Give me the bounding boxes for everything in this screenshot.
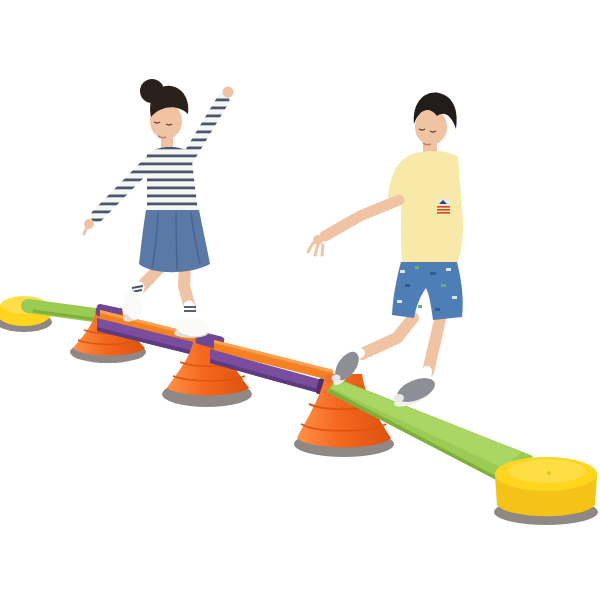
boy-face <box>415 109 447 145</box>
shorts-speck <box>405 284 410 287</box>
boy-left-sock <box>426 371 427 379</box>
girl-shirt <box>147 147 198 212</box>
photo-canvas <box>0 0 600 600</box>
boy-print-stripe <box>437 209 450 211</box>
boy-print-stripe <box>437 206 450 208</box>
boy-finger <box>322 245 323 255</box>
stepping-dome-right <box>494 457 598 525</box>
boy-shirt <box>401 151 463 269</box>
shorts-speck <box>415 266 419 269</box>
shorts-speck <box>418 305 422 308</box>
shorts-speck <box>430 272 436 275</box>
boy-left-shoe-toecap <box>394 394 404 402</box>
shorts-speck <box>452 296 457 299</box>
boy-print-stripe <box>437 212 450 214</box>
boy-right-shoe-toecap <box>332 375 341 382</box>
shorts-speck <box>435 308 440 311</box>
shorts-speck <box>400 270 405 273</box>
girl-right-hand <box>223 87 234 98</box>
scene-svg <box>0 0 600 600</box>
girl-skirt-fold <box>176 213 177 270</box>
shorts-speck <box>441 284 446 287</box>
dome-right-inner-ring <box>508 459 586 483</box>
dome-right-center-dot <box>547 471 551 475</box>
boy-right-hand <box>313 235 323 245</box>
shorts-speck <box>397 300 402 303</box>
shorts-speck <box>446 268 451 271</box>
